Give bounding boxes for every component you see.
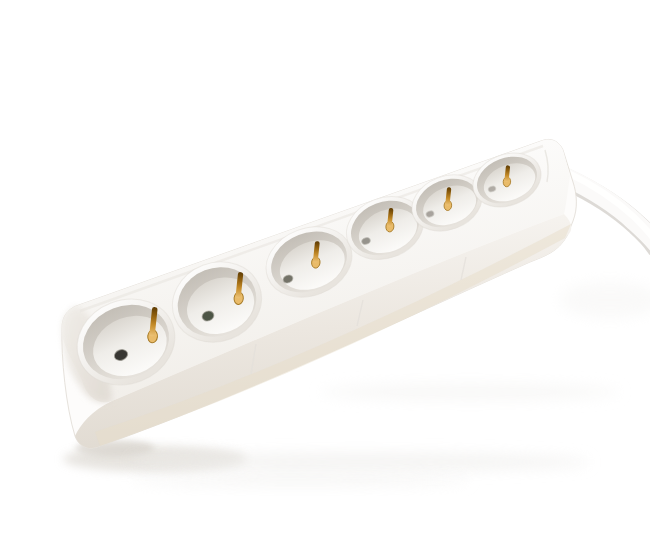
power-strip-product-photo <box>0 0 650 550</box>
cable-body <box>564 176 650 243</box>
power-cable <box>564 172 650 247</box>
floor-shadow <box>130 453 590 471</box>
floor-shadow <box>130 474 470 486</box>
floor-shadow <box>320 384 620 400</box>
product-photo-canvas <box>0 0 650 550</box>
floor-shadow <box>560 282 650 318</box>
